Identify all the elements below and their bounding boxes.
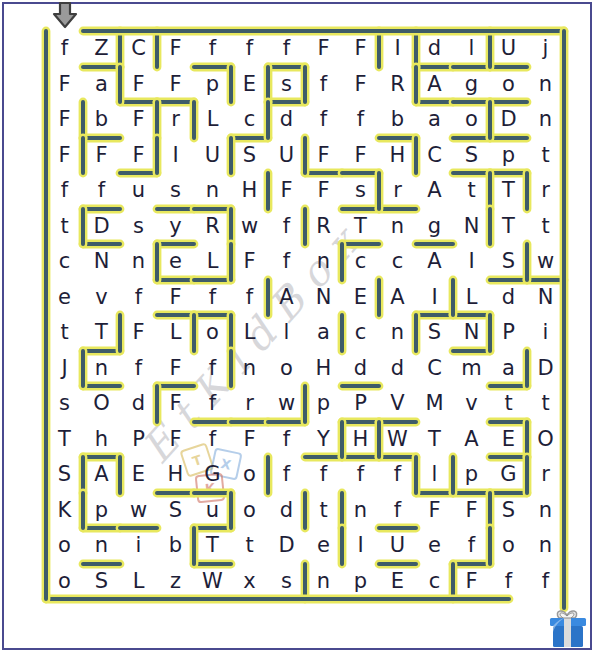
maze-wall-segment <box>229 349 233 389</box>
maze-cell: b <box>379 102 416 138</box>
maze-cell: H <box>231 173 268 209</box>
maze-wall-segment <box>377 455 418 459</box>
maze-cell: n <box>120 244 157 280</box>
maze-wall-segment <box>155 100 159 140</box>
maze-cell: N <box>527 280 564 316</box>
maze-cell: f <box>268 244 305 280</box>
maze-wall-segment <box>488 491 492 531</box>
maze-cell: F <box>46 67 83 103</box>
maze-cell: W <box>379 422 416 458</box>
maze-cell: n <box>231 351 268 387</box>
maze-cell: r <box>379 173 416 209</box>
maze-wall-segment <box>414 313 455 317</box>
maze-cell: A <box>416 244 453 280</box>
maze-cell: H <box>379 138 416 174</box>
maze-cell: f <box>46 173 83 209</box>
maze-cell: f <box>527 564 564 600</box>
maze-cell: b <box>83 102 120 138</box>
maze-wall-segment <box>340 491 344 531</box>
maze-cell: n <box>527 493 564 529</box>
maze-cell: I <box>342 528 379 564</box>
maze-cell: a <box>490 351 527 387</box>
maze-cell: M <box>416 386 453 422</box>
maze-wall-segment <box>488 455 529 459</box>
maze-cell: S <box>83 564 120 600</box>
maze-cell: w <box>231 209 268 245</box>
maze-wall-segment <box>44 597 511 601</box>
maze-cell: H <box>305 351 342 387</box>
maze-cell: w <box>268 386 305 422</box>
maze-cell: F <box>46 138 83 174</box>
maze-cell: P <box>490 315 527 351</box>
maze-cell: r <box>231 386 268 422</box>
maze-cell: t <box>527 209 564 245</box>
maze-cell: l <box>416 457 453 493</box>
maze-cell: r <box>157 102 194 138</box>
maze-cell: E <box>379 564 416 600</box>
maze-wall-segment <box>192 526 196 566</box>
maze-cell: v <box>453 386 490 422</box>
maze-cell: A <box>83 457 120 493</box>
maze-cell: E <box>231 67 268 103</box>
maze-cell: n <box>83 351 120 387</box>
maze-wall-segment <box>488 384 529 388</box>
maze-wall-segment <box>488 171 529 175</box>
maze-cell: f <box>231 280 268 316</box>
maze-wall-segment <box>525 278 566 282</box>
maze-cell: D <box>490 102 527 138</box>
maze-cell: t <box>231 528 268 564</box>
maze-wall-segment <box>81 491 85 531</box>
maze-wall-segment <box>266 278 270 318</box>
maze-cell: F <box>157 386 194 422</box>
maze-cell: n <box>379 315 416 351</box>
maze-wall-segment <box>155 384 196 388</box>
maze-cell: T <box>490 173 527 209</box>
maze-wall-segment <box>192 65 233 69</box>
maze-wall-segment <box>451 136 492 140</box>
maze-cell: f <box>231 31 268 67</box>
maze-cell: d <box>379 351 416 387</box>
maze-cell: F <box>342 31 379 67</box>
maze-cell: O <box>83 386 120 422</box>
maze-wall-segment <box>192 207 233 211</box>
maze-wall-segment <box>266 455 270 495</box>
maze-cell: c <box>342 315 379 351</box>
maze-cell: D <box>268 528 305 564</box>
maze-cell: x <box>231 564 268 600</box>
maze-cell: s <box>46 386 83 422</box>
maze-wall-segment <box>81 384 122 388</box>
maze-cell: o <box>453 102 490 138</box>
maze-start-arrow-icon <box>50 0 80 30</box>
maze-wall-segment <box>81 349 122 353</box>
maze-cell: Y <box>305 422 342 458</box>
maze-wall-segment <box>377 29 381 69</box>
maze-wall-segment <box>266 100 270 140</box>
maze-cell: d <box>416 31 453 67</box>
maze-wall-segment <box>192 313 233 317</box>
maze-cell: o <box>490 67 527 103</box>
maze-cell: d <box>268 102 305 138</box>
maze-wall-segment <box>303 65 307 105</box>
maze-cell: n <box>305 564 342 600</box>
maze-cell: D <box>527 351 564 387</box>
maze-cell: H <box>342 422 379 458</box>
maze-cell: P <box>342 386 379 422</box>
maze-wall-segment <box>488 100 529 104</box>
maze-cell: J <box>46 351 83 387</box>
maze-cell: C <box>416 351 453 387</box>
maze-cell: n <box>83 528 120 564</box>
maze-wall-segment <box>451 313 492 317</box>
maze-cell: p <box>453 457 490 493</box>
maze-wall-segment <box>155 278 196 282</box>
maze-wall-segment <box>414 491 455 495</box>
maze-cell: p <box>305 386 342 422</box>
maze-wall-segment <box>303 455 344 459</box>
maze-wall-segment <box>525 171 529 211</box>
gift-box-icon <box>545 604 591 650</box>
maze-cell: p <box>342 564 379 600</box>
maze-cell: s <box>120 209 157 245</box>
maze-cell: t <box>453 173 490 209</box>
maze-cell: b <box>157 528 194 564</box>
maze-board: fZCFfffFFIdlUjFaFFpEsfFRAgonFbFrLcdffbao… <box>46 31 564 599</box>
maze-cell: e <box>157 244 194 280</box>
maze-cell: f <box>305 457 342 493</box>
maze-wall-segment <box>118 526 159 530</box>
maze-cell: R <box>379 67 416 103</box>
maze-wall-segment <box>229 313 233 353</box>
maze-cell: o <box>490 528 527 564</box>
maze-cell: f <box>305 102 342 138</box>
maze-cell: Z <box>83 31 120 67</box>
maze-cell: e <box>416 528 453 564</box>
maze-wall-segment <box>81 455 85 495</box>
maze-wall-segment <box>229 242 233 282</box>
maze-wall-segment <box>488 526 492 566</box>
maze-cell: f <box>268 457 305 493</box>
maze-wall-segment <box>340 207 381 211</box>
maze-cell: i <box>527 315 564 351</box>
maze-wall-segment <box>118 29 122 69</box>
maze-wall-segment <box>229 420 270 424</box>
maze-cell: H <box>157 457 194 493</box>
maze-wall-segment <box>377 207 418 211</box>
maze-cell: u <box>194 493 231 529</box>
maze-cell: f <box>194 280 231 316</box>
maze-cell: F <box>120 102 157 138</box>
maze-cell: f <box>379 457 416 493</box>
maze-cell: F <box>83 138 120 174</box>
maze-cell: e <box>46 280 83 316</box>
maze-wall-segment <box>155 100 196 104</box>
maze-cell: A <box>379 280 416 316</box>
maze-wall-segment <box>377 171 381 211</box>
maze-cell: p <box>83 493 120 529</box>
maze-cell: f <box>194 386 231 422</box>
maze-wall-segment <box>81 526 122 530</box>
maze-cell: h <box>83 422 120 458</box>
maze-cell: t <box>527 138 564 174</box>
maze-cell: A <box>453 422 490 458</box>
maze-cell: N <box>83 244 120 280</box>
maze-cell: c <box>342 244 379 280</box>
maze-wall-segment <box>266 65 270 105</box>
maze-cell: S <box>490 493 527 529</box>
maze-wall-segment <box>451 491 492 495</box>
maze-cell: f <box>83 173 120 209</box>
maze-wall-segment <box>488 313 492 353</box>
maze-wall-segment <box>118 100 159 104</box>
maze-cell: c <box>46 244 83 280</box>
maze-cell: n <box>342 493 379 529</box>
maze-wall-segment <box>192 562 233 566</box>
maze-cell: o <box>268 351 305 387</box>
maze-wall-segment <box>451 278 455 318</box>
maze-wall-segment <box>81 242 122 246</box>
maze-cell: f <box>453 528 490 564</box>
maze-cell: F <box>268 173 305 209</box>
maze-wall-segment <box>229 491 233 531</box>
maze-cell: n <box>527 528 564 564</box>
maze-cell: l <box>268 315 305 351</box>
maze-cell: d <box>120 386 157 422</box>
maze-wall-segment <box>192 313 196 353</box>
maze-cell: v <box>83 280 120 316</box>
maze-wall-segment <box>192 278 233 282</box>
maze-wall-segment <box>303 562 307 602</box>
maze-wall-segment <box>303 207 307 247</box>
maze-cell: p <box>490 138 527 174</box>
maze-cell: f <box>46 31 83 67</box>
maze-wall-segment <box>525 420 529 460</box>
maze-wall-segment <box>377 420 418 424</box>
maze-wall-segment <box>229 136 270 140</box>
maze-wall-segment <box>451 171 492 175</box>
maze-cell: o <box>46 564 83 600</box>
maze-cell: L <box>194 102 231 138</box>
maze-cell: f <box>305 67 342 103</box>
maze-cell: c <box>231 102 268 138</box>
maze-cell: C <box>120 31 157 67</box>
maze-cell: f <box>342 457 379 493</box>
maze-cell: F <box>305 173 342 209</box>
maze-wall-segment <box>192 100 196 140</box>
maze-cell: F <box>120 315 157 351</box>
maze-cell: F <box>342 67 379 103</box>
maze-wall-segment <box>266 420 307 424</box>
maze-wall-segment <box>118 455 122 495</box>
maze-wall-segment <box>155 136 159 176</box>
maze-wall-segment <box>81 562 122 566</box>
maze-cell: T <box>490 209 527 245</box>
maze-wall-segment <box>488 207 492 247</box>
maze-wall-segment <box>525 455 529 495</box>
maze-cell: U <box>490 31 527 67</box>
maze-cell: F <box>305 138 342 174</box>
maze-cell: E <box>490 422 527 458</box>
worksheet-page: EtKidBox TXK fZCFfffFFIdlUjFaFFpEsfFRAgo… <box>0 0 595 653</box>
maze-cell: f <box>194 31 231 67</box>
maze-cell: F <box>453 493 490 529</box>
maze-cell: n <box>527 102 564 138</box>
maze-cell: f <box>490 564 527 600</box>
maze-cell: U <box>379 528 416 564</box>
maze-wall-segment <box>192 526 233 530</box>
maze-wall-segment <box>340 313 344 353</box>
maze-wall-segment <box>192 491 233 495</box>
maze-cell: L <box>194 244 231 280</box>
maze-cell: n <box>194 173 231 209</box>
maze-cell: t <box>527 386 564 422</box>
maze-cell: e <box>305 528 342 564</box>
maze-wall-segment <box>488 171 492 211</box>
maze-cell: G <box>490 457 527 493</box>
maze-cell: d <box>490 280 527 316</box>
maze-cell: I <box>453 244 490 280</box>
maze-wall-segment <box>488 29 492 69</box>
maze-cell: r <box>527 457 564 493</box>
maze-wall-segment <box>81 65 122 69</box>
maze-wall-segment <box>562 29 566 610</box>
maze-wall-segment <box>488 420 529 424</box>
maze-cell: f <box>120 351 157 387</box>
maze-cell: T <box>46 422 83 458</box>
maze-cell: P <box>120 422 157 458</box>
maze-wall-segment <box>340 171 381 175</box>
maze-cell: A <box>416 67 453 103</box>
maze-wall-segment <box>229 207 233 247</box>
maze-cell: L <box>453 280 490 316</box>
maze-cell: F <box>342 138 379 174</box>
maze-wall-segment <box>451 65 492 69</box>
maze-cell: F <box>157 280 194 316</box>
maze-wall-segment <box>414 29 418 69</box>
maze-cell: t <box>46 315 83 351</box>
maze-wall-segment <box>414 455 418 495</box>
maze-wall-segment <box>155 491 196 495</box>
maze-wall-segment <box>340 420 381 424</box>
maze-wall-segment <box>451 562 492 566</box>
maze-wall-segment <box>340 420 344 460</box>
maze-cell: C <box>416 138 453 174</box>
maze-wall-segment <box>266 171 270 211</box>
maze-cell: F <box>157 31 194 67</box>
maze-cell: a <box>416 102 453 138</box>
maze-cell: f <box>379 493 416 529</box>
maze-cell: T <box>83 315 120 351</box>
maze-wall-segment <box>525 242 529 282</box>
maze-cell: n <box>379 209 416 245</box>
maze-cell: G <box>194 457 231 493</box>
maze-wall-segment <box>155 242 159 282</box>
maze-wall-segment <box>81 207 85 247</box>
maze-wall-segment <box>229 136 233 176</box>
maze-cell: A <box>416 173 453 209</box>
maze-wall-segment <box>414 136 418 176</box>
maze-cell: w <box>120 493 157 529</box>
maze-cell: N <box>453 209 490 245</box>
maze-cell: a <box>305 315 342 351</box>
maze-cell: c <box>379 244 416 280</box>
maze-wall-segment <box>303 384 307 424</box>
maze-cell: n <box>527 67 564 103</box>
maze-wall-segment <box>377 278 381 318</box>
maze-cell: T <box>194 528 231 564</box>
maze-wall-segment <box>525 349 529 389</box>
maze-cell: a <box>83 67 120 103</box>
maze-wall-segment <box>155 242 196 246</box>
maze-cell: t <box>305 493 342 529</box>
maze-cell: i <box>120 528 157 564</box>
maze-cell: f <box>268 31 305 67</box>
maze-wall-segment <box>340 384 381 388</box>
maze-cell: o <box>231 493 268 529</box>
maze-cell: U <box>194 138 231 174</box>
maze-cell: S <box>46 457 83 493</box>
maze-cell: S <box>157 493 194 529</box>
maze-cell: f <box>268 209 305 245</box>
maze-cell: L <box>231 315 268 351</box>
maze-wall-segment <box>44 29 48 601</box>
maze-cell: F <box>453 564 490 600</box>
maze-wall-segment <box>414 65 455 69</box>
maze-cell: d <box>342 351 379 387</box>
maze-cell: o <box>194 315 231 351</box>
maze-cell: j <box>527 31 564 67</box>
maze-wall-segment <box>81 349 85 389</box>
maze-cell: U <box>268 138 305 174</box>
maze-wall-segment <box>155 207 196 211</box>
maze-cell: o <box>46 528 83 564</box>
maze-wall-segment <box>118 313 122 353</box>
maze-cell: s <box>268 67 305 103</box>
maze-cell: g <box>453 67 490 103</box>
maze-wall-segment <box>488 136 529 140</box>
maze-wall-segment <box>377 136 418 140</box>
maze-wall-segment <box>451 455 455 495</box>
maze-cell: A <box>268 280 305 316</box>
maze-cell: s <box>342 173 379 209</box>
maze-wall-segment <box>377 420 381 460</box>
maze-wall-segment <box>303 171 344 175</box>
maze-wall-segment <box>266 100 307 104</box>
maze-wall-segment <box>340 242 344 282</box>
maze-wall-segment <box>488 278 529 282</box>
maze-wall-segment <box>340 526 344 566</box>
maze-wall-segment <box>266 65 307 69</box>
maze-cell: S <box>231 138 268 174</box>
maze-cell: W <box>194 564 231 600</box>
maze-cell: s <box>268 564 305 600</box>
maze-cell: f <box>342 102 379 138</box>
maze-cell: F <box>231 422 268 458</box>
maze-cell: T <box>342 209 379 245</box>
maze-wall-segment <box>303 491 307 531</box>
maze-cell: F <box>416 493 453 529</box>
maze-cell: S <box>416 315 453 351</box>
maze-cell: f <box>194 422 231 458</box>
maze-cell: S <box>490 244 527 280</box>
maze-cell: d <box>268 493 305 529</box>
maze-cell: I <box>416 280 453 316</box>
maze-wall-segment <box>155 384 159 424</box>
maze-wall-segment <box>451 349 492 353</box>
maze-wall-segment <box>340 455 381 459</box>
maze-wall-segment <box>81 207 122 211</box>
